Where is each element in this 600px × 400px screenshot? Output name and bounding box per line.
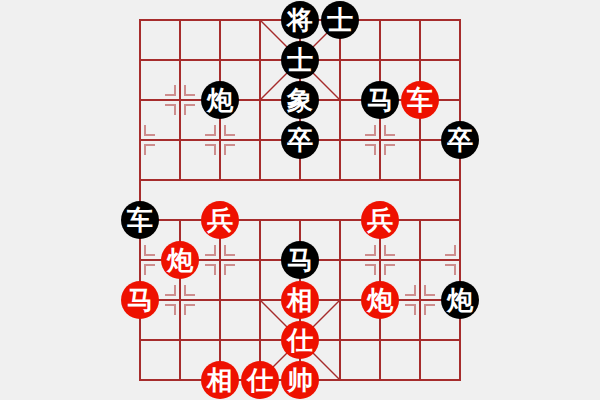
piece-red-advisor-2[interactable]: 仕 [241, 361, 279, 399]
piece-red-soldier-1[interactable]: 兵 [201, 201, 239, 239]
piece-red-king[interactable]: 帅 [281, 361, 319, 399]
piece-red-elephant-2[interactable]: 相 [201, 361, 239, 399]
piece-red-advisor-1[interactable]: 仕 [281, 321, 319, 359]
piece-black-soldier-1[interactable]: 卒 [281, 121, 319, 159]
piece-black-advisor-1[interactable]: 士 [321, 1, 359, 39]
piece-red-cannon-2[interactable]: 炮 [361, 281, 399, 319]
piece-red-horse[interactable]: 马 [121, 281, 159, 319]
piece-red-cannon-1[interactable]: 炮 [161, 241, 199, 279]
piece-black-elephant[interactable]: 象 [281, 81, 319, 119]
piece-black-chariot[interactable]: 车 [121, 201, 159, 239]
piece-red-soldier-2[interactable]: 兵 [361, 201, 399, 239]
piece-black-horse-2[interactable]: 马 [281, 241, 319, 279]
xiangqi-board[interactable]: 将士士炮象马车卒卒车兵兵炮马马相炮炮仕相仕帅 [120, 0, 480, 400]
piece-red-elephant-1[interactable]: 相 [281, 281, 319, 319]
piece-black-soldier-2[interactable]: 卒 [441, 121, 479, 159]
piece-black-advisor-2[interactable]: 士 [281, 41, 319, 79]
board-area: 将士士炮象马车卒卒车兵兵炮马马相炮炮仕相仕帅 [0, 0, 600, 400]
piece-red-chariot[interactable]: 车 [401, 81, 439, 119]
piece-black-horse-1[interactable]: 马 [361, 81, 399, 119]
piece-black-cannon-2[interactable]: 炮 [441, 281, 479, 319]
piece-black-general[interactable]: 将 [281, 1, 319, 39]
piece-black-cannon-1[interactable]: 炮 [201, 81, 239, 119]
